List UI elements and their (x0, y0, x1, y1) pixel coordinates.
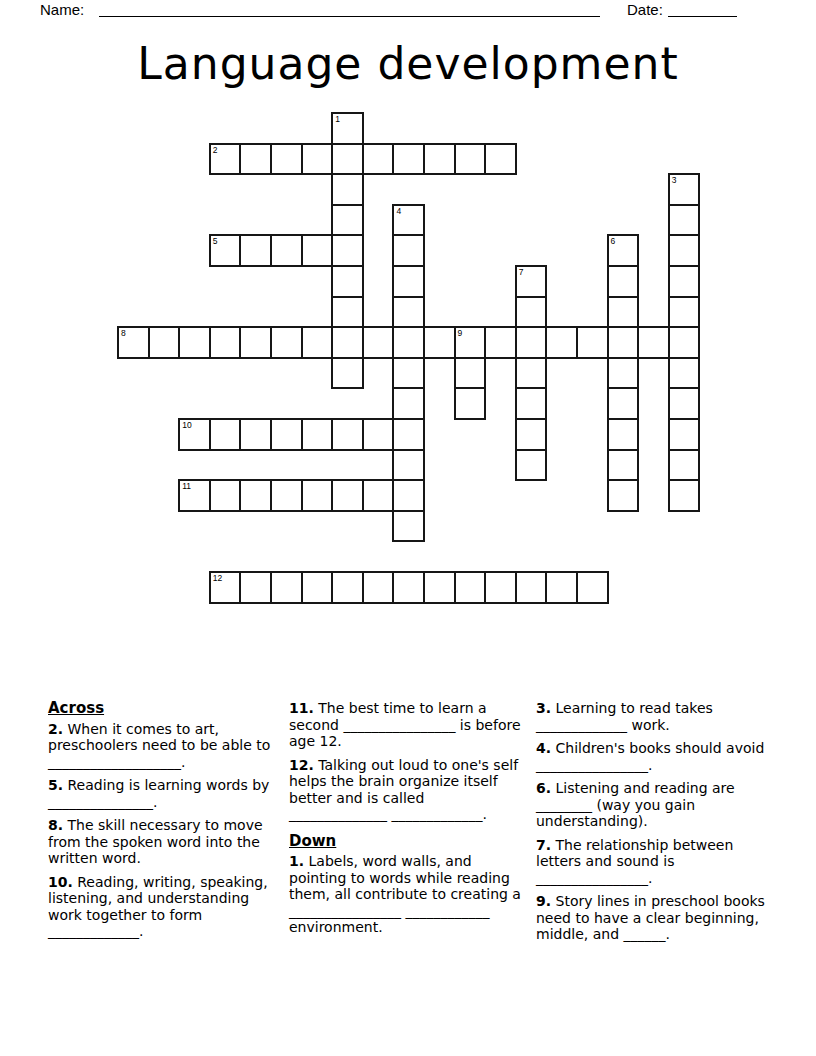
grid-cell[interactable] (392, 418, 425, 451)
grid-cell[interactable] (392, 571, 425, 604)
grid-cell[interactable] (239, 143, 272, 176)
grid-cell[interactable] (515, 449, 548, 482)
grid-cell[interactable] (270, 234, 303, 267)
grid-cell[interactable] (423, 326, 456, 359)
grid-cell[interactable] (239, 234, 272, 267)
grid-cell[interactable] (668, 418, 701, 451)
grid-cell[interactable] (331, 234, 364, 267)
crossword-grid: 123456789101112 (117, 112, 699, 602)
grid-cell[interactable] (607, 326, 640, 359)
clue-number: 6. (536, 780, 551, 796)
grid-cell[interactable] (668, 296, 701, 329)
grid-cell[interactable] (607, 479, 640, 512)
grid-cell[interactable] (331, 143, 364, 176)
clue-item-4: 4. Children's books should avoid _______… (536, 740, 778, 773)
grid-cell[interactable] (607, 265, 640, 298)
grid-cell[interactable] (209, 479, 242, 512)
grid-cell[interactable] (668, 204, 701, 237)
grid-cell[interactable]: 2 (209, 143, 242, 176)
clue-number: 2. (48, 721, 63, 737)
grid-cell[interactable] (515, 296, 548, 329)
grid-cell[interactable] (392, 479, 425, 512)
grid-cell[interactable] (331, 571, 364, 604)
grid-cell[interactable]: 8 (117, 326, 150, 359)
grid-cell[interactable] (545, 326, 578, 359)
grid-cell[interactable] (392, 265, 425, 298)
grid-cell[interactable] (362, 143, 395, 176)
grid-cell[interactable] (331, 357, 364, 390)
grid-cell[interactable] (239, 418, 272, 451)
grid-cell[interactable] (607, 449, 640, 482)
grid-cell[interactable] (331, 265, 364, 298)
clue-number: 9. (536, 893, 551, 909)
grid-cell[interactable] (515, 357, 548, 390)
grid-cell[interactable] (239, 571, 272, 604)
grid-cell[interactable]: 1 (331, 112, 364, 145)
clue-item-8: 8. The skill necessary to move from the … (48, 817, 274, 867)
name-line (99, 0, 600, 17)
grid-cell[interactable]: 11 (178, 479, 211, 512)
clue-number: 8. (48, 817, 63, 833)
clue-number: 4. (536, 740, 551, 756)
grid-cell[interactable] (454, 357, 487, 390)
grid-cell[interactable] (331, 418, 364, 451)
clue-number: 10. (48, 874, 73, 890)
grid-cell[interactable] (607, 387, 640, 420)
puzzle-title: Language development (0, 38, 816, 89)
clue-number: 11. (289, 700, 314, 716)
clue-item-5: 5. Reading is learning words by ________… (48, 777, 274, 810)
grid-cell[interactable] (301, 571, 334, 604)
grid-cell[interactable] (331, 479, 364, 512)
grid-cell[interactable] (637, 326, 670, 359)
clue-header-across: Across (48, 700, 274, 717)
grid-cell[interactable] (484, 326, 517, 359)
grid-cell[interactable] (362, 326, 395, 359)
worksheet-header: Name: Date: (0, 0, 816, 24)
clue-column-2: 11. The best time to learn a second ____… (289, 700, 523, 943)
grid-cell[interactable] (270, 571, 303, 604)
grid-cell[interactable] (392, 387, 425, 420)
clue-header-down: Down (289, 833, 523, 850)
grid-cell[interactable] (301, 479, 334, 512)
grid-cell[interactable]: 5 (209, 234, 242, 267)
grid-cell[interactable] (270, 143, 303, 176)
grid-cell[interactable] (301, 326, 334, 359)
grid-cell[interactable] (454, 571, 487, 604)
clue-item-2: 2. When it comes to art, preschoolers ne… (48, 721, 274, 771)
cell-number: 6 (611, 236, 616, 246)
date-label: Date: (627, 1, 663, 18)
grid-cell[interactable] (362, 418, 395, 451)
grid-cell[interactable] (239, 479, 272, 512)
grid-cell[interactable] (148, 326, 181, 359)
grid-cell[interactable] (331, 173, 364, 206)
grid-cell[interactable] (331, 204, 364, 237)
grid-cell[interactable] (178, 326, 211, 359)
grid-cell[interactable] (423, 143, 456, 176)
worksheet-page: Name: Date: Language development 1234567… (0, 0, 816, 1056)
grid-cell[interactable] (239, 326, 272, 359)
grid-cell[interactable] (607, 357, 640, 390)
grid-cell[interactable]: 7 (515, 265, 548, 298)
clue-item-1: 1. Labels, word walls, and pointing to w… (289, 853, 523, 936)
grid-cell[interactable] (668, 234, 701, 267)
grid-cell[interactable]: 10 (178, 418, 211, 451)
grid-cell[interactable]: 4 (392, 204, 425, 237)
grid-cell[interactable]: 9 (454, 326, 487, 359)
grid-cell[interactable] (392, 357, 425, 390)
grid-cell[interactable] (668, 357, 701, 390)
grid-cell[interactable] (392, 326, 425, 359)
cell-number: 4 (396, 206, 401, 216)
clue-number: 5. (48, 777, 63, 793)
grid-cell[interactable] (607, 296, 640, 329)
cell-number: 3 (672, 175, 677, 185)
cell-number: 11 (182, 481, 191, 491)
clue-number: 1. (289, 853, 304, 869)
cell-number: 2 (213, 145, 218, 155)
grid-cell[interactable] (270, 326, 303, 359)
clue-column-3: 3. Learning to read takes _____________ … (536, 700, 778, 950)
grid-cell[interactable] (301, 143, 334, 176)
clue-item-11: 11. The best time to learn a second ____… (289, 700, 523, 750)
grid-cell[interactable] (515, 387, 548, 420)
clue-column-1: Across2. When it comes to art, preschool… (48, 700, 274, 947)
grid-cell[interactable] (362, 571, 395, 604)
grid-cell[interactable] (454, 387, 487, 420)
grid-cell[interactable] (392, 143, 425, 176)
clue-item-9: 9. Story lines in preschool books need t… (536, 893, 778, 943)
grid-cell[interactable] (607, 418, 640, 451)
clue-number: 3. (536, 700, 551, 716)
grid-cell[interactable] (270, 479, 303, 512)
grid-cell[interactable] (392, 449, 425, 482)
clue-item-7: 7. The relationship between letters and … (536, 837, 778, 887)
grid-cell[interactable] (423, 571, 456, 604)
grid-cell[interactable] (301, 418, 334, 451)
date-line (668, 0, 737, 17)
grid-cell[interactable] (515, 571, 548, 604)
clue-item-3: 3. Learning to read takes _____________ … (536, 700, 778, 733)
cell-number: 12 (213, 573, 222, 583)
grid-cell[interactable] (392, 510, 425, 543)
grid-cell[interactable] (270, 418, 303, 451)
grid-cell[interactable] (454, 143, 487, 176)
clue-number: 7. (536, 837, 551, 853)
grid-cell[interactable]: 12 (209, 571, 242, 604)
grid-cell[interactable] (484, 143, 517, 176)
grid-cell[interactable] (392, 296, 425, 329)
grid-cell[interactable] (668, 326, 701, 359)
clue-item-6: 6. Listening and reading are ________ (w… (536, 780, 778, 830)
grid-cell[interactable] (515, 326, 548, 359)
name-label: Name: (40, 1, 84, 18)
grid-cell[interactable] (484, 571, 517, 604)
cell-number: 5 (213, 236, 218, 246)
grid-cell[interactable] (668, 449, 701, 482)
grid-cell[interactable] (668, 387, 701, 420)
cell-number: 9 (458, 328, 463, 338)
grid-cell[interactable] (331, 296, 364, 329)
grid-cell[interactable] (331, 326, 364, 359)
grid-cell[interactable] (301, 234, 334, 267)
grid-cell[interactable] (209, 326, 242, 359)
grid-cell[interactable] (545, 571, 578, 604)
grid-cell[interactable] (392, 234, 425, 267)
cell-number: 7 (519, 267, 524, 277)
grid-cell[interactable]: 3 (668, 173, 701, 206)
clue-item-12: 12. Talking out loud to one's self helps… (289, 757, 523, 823)
grid-cell[interactable] (668, 265, 701, 298)
cell-number: 8 (121, 328, 126, 338)
grid-cell[interactable] (362, 479, 395, 512)
grid-cell[interactable] (576, 326, 609, 359)
cell-number: 10 (182, 420, 191, 430)
clue-number: 12. (289, 757, 314, 773)
grid-cell[interactable] (209, 418, 242, 451)
grid-cell[interactable]: 6 (607, 234, 640, 267)
grid-cell[interactable] (668, 479, 701, 512)
grid-cell[interactable] (515, 418, 548, 451)
clue-item-10: 10. Reading, writing, speaking, listenin… (48, 874, 274, 940)
grid-cell[interactable] (576, 571, 609, 604)
cell-number: 1 (335, 114, 340, 124)
